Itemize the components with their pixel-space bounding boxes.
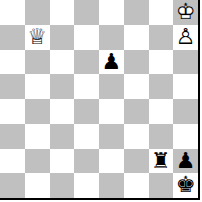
square-g5[interactable] xyxy=(149,74,174,99)
square-e8[interactable] xyxy=(99,0,124,25)
square-e6[interactable]: ♟ xyxy=(99,50,124,75)
square-b1[interactable] xyxy=(25,173,50,198)
square-c7[interactable] xyxy=(50,25,75,50)
square-b6[interactable] xyxy=(25,50,50,75)
square-a6[interactable] xyxy=(0,50,25,75)
square-f8[interactable] xyxy=(124,0,149,25)
square-a8[interactable] xyxy=(0,0,25,25)
square-e5[interactable] xyxy=(99,74,124,99)
square-e4[interactable] xyxy=(99,99,124,124)
chess-diagram: ♚♔♛♕♟♙♟♜♟♚ xyxy=(0,0,202,202)
square-c4[interactable] xyxy=(50,99,75,124)
black-rook: ♜ xyxy=(151,149,171,174)
square-f1[interactable] xyxy=(124,173,149,198)
square-b4[interactable] xyxy=(25,99,50,124)
square-f6[interactable] xyxy=(124,50,149,75)
square-h4[interactable] xyxy=(173,99,198,124)
square-h7[interactable]: ♟♙ xyxy=(173,25,198,50)
square-b2[interactable] xyxy=(25,149,50,174)
square-h2[interactable]: ♟ xyxy=(173,149,198,174)
square-b7[interactable]: ♛♕ xyxy=(25,25,50,50)
square-c8[interactable] xyxy=(50,0,75,25)
square-b3[interactable] xyxy=(25,124,50,149)
square-e7[interactable] xyxy=(99,25,124,50)
square-d1[interactable] xyxy=(74,173,99,198)
square-e3[interactable] xyxy=(99,124,124,149)
square-d5[interactable] xyxy=(74,74,99,99)
black-pawn: ♟ xyxy=(102,50,122,75)
square-a3[interactable] xyxy=(0,124,25,149)
square-g6[interactable] xyxy=(149,50,174,75)
square-c2[interactable] xyxy=(50,149,75,174)
square-f4[interactable] xyxy=(124,99,149,124)
square-f2[interactable] xyxy=(124,149,149,174)
square-h6[interactable] xyxy=(173,50,198,75)
square-a5[interactable] xyxy=(0,74,25,99)
square-a2[interactable] xyxy=(0,149,25,174)
square-b8[interactable] xyxy=(25,0,50,25)
square-e2[interactable] xyxy=(99,149,124,174)
square-a4[interactable] xyxy=(0,99,25,124)
square-c3[interactable] xyxy=(50,124,75,149)
square-h5[interactable] xyxy=(173,74,198,99)
square-g8[interactable] xyxy=(149,0,174,25)
square-d8[interactable] xyxy=(74,0,99,25)
square-a7[interactable] xyxy=(0,25,25,50)
square-g3[interactable] xyxy=(149,124,174,149)
square-h1[interactable]: ♚ xyxy=(173,173,198,198)
square-g1[interactable] xyxy=(149,173,174,198)
square-g7[interactable] xyxy=(149,25,174,50)
square-g4[interactable] xyxy=(149,99,174,124)
square-d7[interactable] xyxy=(74,25,99,50)
white-pawn: ♙ xyxy=(176,25,196,50)
square-c1[interactable] xyxy=(50,173,75,198)
square-d4[interactable] xyxy=(74,99,99,124)
white-queen: ♕ xyxy=(27,25,47,50)
square-a1[interactable] xyxy=(0,173,25,198)
square-e1[interactable] xyxy=(99,173,124,198)
square-d3[interactable] xyxy=(74,124,99,149)
black-king: ♚ xyxy=(176,173,196,198)
chessboard: ♚♔♛♕♟♙♟♜♟♚ xyxy=(0,0,200,200)
square-d2[interactable] xyxy=(74,149,99,174)
white-king: ♔ xyxy=(176,0,196,25)
square-c5[interactable] xyxy=(50,74,75,99)
square-c6[interactable] xyxy=(50,50,75,75)
black-pawn: ♟ xyxy=(176,149,196,174)
square-b5[interactable] xyxy=(25,74,50,99)
square-h3[interactable] xyxy=(173,124,198,149)
square-f7[interactable] xyxy=(124,25,149,50)
square-f5[interactable] xyxy=(124,74,149,99)
square-d6[interactable] xyxy=(74,50,99,75)
square-f3[interactable] xyxy=(124,124,149,149)
square-g2[interactable]: ♜ xyxy=(149,149,174,174)
square-h8[interactable]: ♚♔ xyxy=(173,0,198,25)
